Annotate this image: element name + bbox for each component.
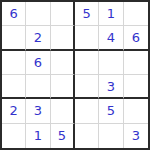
cell-r4c5[interactable]: 3 xyxy=(99,75,123,99)
cell-r5c2[interactable]: 3 xyxy=(26,99,50,123)
cell-r4c4[interactable] xyxy=(75,75,99,99)
cell-r4c6[interactable] xyxy=(124,75,148,99)
cell-r5c1[interactable]: 2 xyxy=(2,99,26,123)
cell-r3c4[interactable] xyxy=(75,51,99,75)
cell-r6c4[interactable] xyxy=(75,124,99,148)
cell-r1c4[interactable]: 5 xyxy=(75,2,99,26)
cell-r4c2[interactable] xyxy=(26,75,50,99)
cell-r2c4[interactable] xyxy=(75,26,99,50)
sudoku-board: 65124663235153 xyxy=(0,0,150,150)
cell-r2c2[interactable]: 2 xyxy=(26,26,50,50)
cell-r6c5[interactable] xyxy=(99,124,123,148)
cell-r2c1[interactable] xyxy=(2,26,26,50)
cell-r5c4[interactable] xyxy=(75,99,99,123)
cell-r6c2[interactable]: 1 xyxy=(26,124,50,148)
cell-r1c2[interactable] xyxy=(26,2,50,26)
cell-r6c3[interactable]: 5 xyxy=(51,124,75,148)
cell-r1c5[interactable]: 1 xyxy=(99,2,123,26)
cell-r2c5[interactable]: 4 xyxy=(99,26,123,50)
cell-r6c6[interactable]: 3 xyxy=(124,124,148,148)
cell-r4c1[interactable] xyxy=(2,75,26,99)
cell-r5c6[interactable] xyxy=(124,99,148,123)
cell-r3c2[interactable]: 6 xyxy=(26,51,50,75)
cell-r5c3[interactable] xyxy=(51,99,75,123)
cell-r1c1[interactable]: 6 xyxy=(2,2,26,26)
cell-r5c5[interactable]: 5 xyxy=(99,99,123,123)
cell-r3c3[interactable] xyxy=(51,51,75,75)
cell-r3c6[interactable] xyxy=(124,51,148,75)
cell-r2c3[interactable] xyxy=(51,26,75,50)
cell-r6c1[interactable] xyxy=(2,124,26,148)
cell-r1c6[interactable] xyxy=(124,2,148,26)
cell-r2c6[interactable]: 6 xyxy=(124,26,148,50)
cell-r1c3[interactable] xyxy=(51,2,75,26)
cell-r3c1[interactable] xyxy=(2,51,26,75)
cell-r3c5[interactable] xyxy=(99,51,123,75)
cell-r4c3[interactable] xyxy=(51,75,75,99)
